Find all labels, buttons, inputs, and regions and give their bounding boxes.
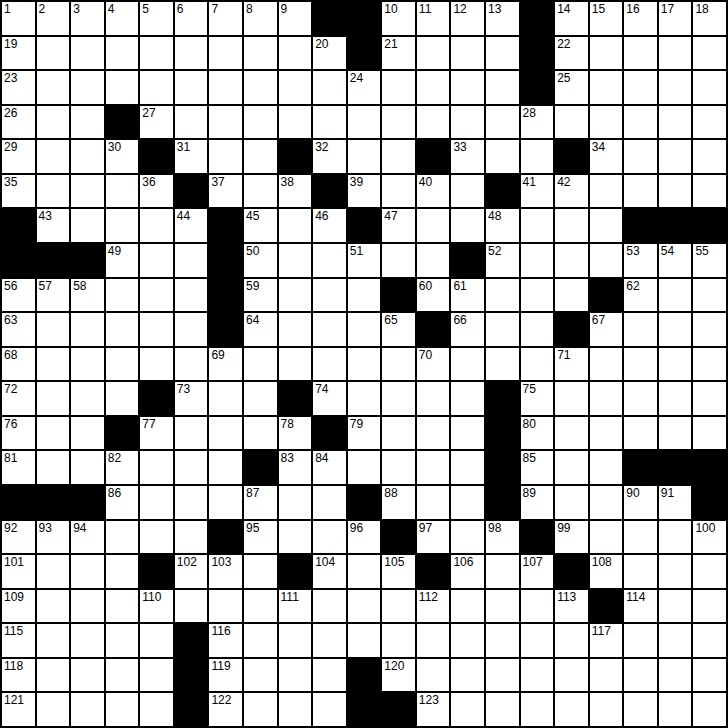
cell-r17c11[interactable] xyxy=(382,590,415,623)
cell-r12c19[interactable] xyxy=(659,417,692,450)
cell-r20c4[interactable] xyxy=(140,693,173,726)
cell-r10c3[interactable] xyxy=(106,348,139,381)
cell-r6c8[interactable] xyxy=(279,209,312,242)
cell-r17c3[interactable] xyxy=(106,590,139,623)
cell-r9c15[interactable] xyxy=(521,313,554,346)
cell-r9c20[interactable] xyxy=(693,313,726,346)
cell-r19c18[interactable] xyxy=(624,659,657,692)
cell-r8c16[interactable] xyxy=(555,279,588,312)
cell-r19c12[interactable] xyxy=(417,659,450,692)
cell-r0c5[interactable]: 6 xyxy=(175,2,208,35)
cell-r14c15[interactable]: 89 xyxy=(521,486,554,519)
cell-r20c2[interactable] xyxy=(71,693,104,726)
cell-r13c10[interactable] xyxy=(348,451,381,484)
cell-r16c20[interactable] xyxy=(693,555,726,588)
cell-r13c6[interactable] xyxy=(209,451,242,484)
cell-r3c12[interactable] xyxy=(417,106,450,139)
cell-r10c5[interactable] xyxy=(175,348,208,381)
cell-r17c10[interactable] xyxy=(348,590,381,623)
cell-r1c14[interactable] xyxy=(486,37,519,70)
cell-r18c8[interactable] xyxy=(279,624,312,657)
cell-r8c12[interactable]: 60 xyxy=(417,279,450,312)
cell-r11c1[interactable] xyxy=(37,382,70,415)
cell-r16c10[interactable] xyxy=(348,555,381,588)
cell-r15c1[interactable]: 93 xyxy=(37,521,70,554)
cell-r3c10[interactable] xyxy=(348,106,381,139)
cell-r3c20[interactable] xyxy=(693,106,726,139)
cell-r13c0[interactable]: 81 xyxy=(2,451,35,484)
cell-r16c1[interactable] xyxy=(37,555,70,588)
cell-r12c15[interactable]: 80 xyxy=(521,417,554,450)
cell-r3c18[interactable] xyxy=(624,106,657,139)
cell-r16c14[interactable] xyxy=(486,555,519,588)
cell-r14c12[interactable] xyxy=(417,486,450,519)
cell-r5c19[interactable] xyxy=(659,175,692,208)
cell-r15c0[interactable]: 92 xyxy=(2,521,35,554)
cell-r7c10[interactable]: 51 xyxy=(348,244,381,277)
cell-r7c7[interactable]: 50 xyxy=(244,244,277,277)
cell-r3c2[interactable] xyxy=(71,106,104,139)
cell-r20c7[interactable] xyxy=(244,693,277,726)
cell-r15c4[interactable] xyxy=(140,521,173,554)
cell-r9c5[interactable] xyxy=(175,313,208,346)
cell-r1c5[interactable] xyxy=(175,37,208,70)
cell-r14c18[interactable]: 90 xyxy=(624,486,657,519)
cell-r13c2[interactable] xyxy=(71,451,104,484)
cell-r14c17[interactable] xyxy=(590,486,623,519)
cell-r12c4[interactable]: 77 xyxy=(140,417,173,450)
cell-r12c18[interactable] xyxy=(624,417,657,450)
cell-r3c17[interactable] xyxy=(590,106,623,139)
cell-r15c5[interactable] xyxy=(175,521,208,554)
cell-r11c20[interactable] xyxy=(693,382,726,415)
cell-r10c6[interactable]: 69 xyxy=(209,348,242,381)
cell-r0c18[interactable]: 16 xyxy=(624,2,657,35)
cell-r19c3[interactable] xyxy=(106,659,139,692)
cell-r12c11[interactable] xyxy=(382,417,415,450)
cell-r8c20[interactable] xyxy=(693,279,726,312)
cell-r18c0[interactable]: 115 xyxy=(2,624,35,657)
cell-r20c13[interactable] xyxy=(451,693,484,726)
cell-r6c1[interactable]: 43 xyxy=(37,209,70,242)
cell-r15c14[interactable]: 98 xyxy=(486,521,519,554)
cell-r1c19[interactable] xyxy=(659,37,692,70)
cell-r8c5[interactable] xyxy=(175,279,208,312)
cell-r0c1[interactable]: 2 xyxy=(37,2,70,35)
cell-r3c13[interactable] xyxy=(451,106,484,139)
cell-r18c2[interactable] xyxy=(71,624,104,657)
cell-r8c14[interactable] xyxy=(486,279,519,312)
cell-r10c0[interactable]: 68 xyxy=(2,348,35,381)
cell-r9c0[interactable]: 63 xyxy=(2,313,35,346)
cell-r9c8[interactable] xyxy=(279,313,312,346)
cell-r20c8[interactable] xyxy=(279,693,312,726)
cell-r0c2[interactable]: 3 xyxy=(71,2,104,35)
cell-r6c17[interactable] xyxy=(590,209,623,242)
cell-r17c13[interactable] xyxy=(451,590,484,623)
cell-r8c2[interactable]: 58 xyxy=(71,279,104,312)
cell-r8c1[interactable]: 57 xyxy=(37,279,70,312)
cell-r15c13[interactable] xyxy=(451,521,484,554)
cell-r2c5[interactable] xyxy=(175,71,208,104)
cell-r18c18[interactable] xyxy=(624,624,657,657)
cell-r5c11[interactable] xyxy=(382,175,415,208)
cell-r16c9[interactable]: 104 xyxy=(313,555,346,588)
cell-r14c6[interactable] xyxy=(209,486,242,519)
cell-r15c17[interactable] xyxy=(590,521,623,554)
cell-r8c13[interactable]: 61 xyxy=(451,279,484,312)
cell-r16c13[interactable]: 106 xyxy=(451,555,484,588)
cell-r9c11[interactable]: 65 xyxy=(382,313,415,346)
cell-r20c15[interactable] xyxy=(521,693,554,726)
cell-r12c0[interactable]: 76 xyxy=(2,417,35,450)
cell-r13c9[interactable]: 84 xyxy=(313,451,346,484)
cell-r4c10[interactable] xyxy=(348,140,381,173)
cell-r14c5[interactable] xyxy=(175,486,208,519)
cell-r5c2[interactable] xyxy=(71,175,104,208)
cell-r4c14[interactable] xyxy=(486,140,519,173)
cell-r1c6[interactable] xyxy=(209,37,242,70)
cell-r11c6[interactable] xyxy=(209,382,242,415)
cell-r0c6[interactable]: 7 xyxy=(209,2,242,35)
cell-r5c16[interactable]: 42 xyxy=(555,175,588,208)
cell-r11c10[interactable] xyxy=(348,382,381,415)
cell-r18c6[interactable]: 116 xyxy=(209,624,242,657)
cell-r3c16[interactable] xyxy=(555,106,588,139)
cell-r15c2[interactable]: 94 xyxy=(71,521,104,554)
cell-r20c1[interactable] xyxy=(37,693,70,726)
cell-r7c14[interactable]: 52 xyxy=(486,244,519,277)
cell-r19c20[interactable] xyxy=(693,659,726,692)
cell-r17c15[interactable] xyxy=(521,590,554,623)
cell-r20c3[interactable] xyxy=(106,693,139,726)
cell-r4c1[interactable] xyxy=(37,140,70,173)
cell-r14c4[interactable] xyxy=(140,486,173,519)
cell-r17c8[interactable]: 111 xyxy=(279,590,312,623)
cell-r19c19[interactable] xyxy=(659,659,692,692)
cell-r19c7[interactable] xyxy=(244,659,277,692)
cell-r16c18[interactable] xyxy=(624,555,657,588)
cell-r13c17[interactable] xyxy=(590,451,623,484)
cell-r3c0[interactable]: 26 xyxy=(2,106,35,139)
cell-r4c3[interactable]: 30 xyxy=(106,140,139,173)
cell-r10c16[interactable]: 71 xyxy=(555,348,588,381)
cell-r16c6[interactable]: 103 xyxy=(209,555,242,588)
cell-r7c8[interactable] xyxy=(279,244,312,277)
cell-r9c17[interactable]: 67 xyxy=(590,313,623,346)
cell-r0c19[interactable]: 17 xyxy=(659,2,692,35)
cell-r17c12[interactable]: 112 xyxy=(417,590,450,623)
cell-r9c14[interactable] xyxy=(486,313,519,346)
cell-r18c17[interactable]: 117 xyxy=(590,624,623,657)
cell-r19c16[interactable] xyxy=(555,659,588,692)
cell-r16c19[interactable] xyxy=(659,555,692,588)
cell-r18c15[interactable] xyxy=(521,624,554,657)
cell-r10c10[interactable] xyxy=(348,348,381,381)
cell-r0c17[interactable]: 15 xyxy=(590,2,623,35)
cell-r15c9[interactable] xyxy=(313,521,346,554)
cell-r14c11[interactable]: 88 xyxy=(382,486,415,519)
cell-r9c1[interactable] xyxy=(37,313,70,346)
cell-r6c4[interactable] xyxy=(140,209,173,242)
cell-r10c19[interactable] xyxy=(659,348,692,381)
cell-r14c8[interactable] xyxy=(279,486,312,519)
cell-r2c14[interactable] xyxy=(486,71,519,104)
cell-r16c0[interactable]: 101 xyxy=(2,555,35,588)
cell-r1c16[interactable]: 22 xyxy=(555,37,588,70)
cell-r6c7[interactable]: 45 xyxy=(244,209,277,242)
cell-r4c20[interactable] xyxy=(693,140,726,173)
cell-r5c3[interactable] xyxy=(106,175,139,208)
cell-r17c7[interactable] xyxy=(244,590,277,623)
cell-r5c15[interactable]: 41 xyxy=(521,175,554,208)
cell-r11c15[interactable]: 75 xyxy=(521,382,554,415)
cell-r16c3[interactable] xyxy=(106,555,139,588)
cell-r15c12[interactable]: 97 xyxy=(417,521,450,554)
cell-r11c16[interactable] xyxy=(555,382,588,415)
cell-r11c11[interactable] xyxy=(382,382,415,415)
cell-r13c15[interactable]: 85 xyxy=(521,451,554,484)
cell-r2c9[interactable] xyxy=(313,71,346,104)
cell-r18c9[interactable] xyxy=(313,624,346,657)
cell-r8c7[interactable]: 59 xyxy=(244,279,277,312)
cell-r12c13[interactable] xyxy=(451,417,484,450)
cell-r10c1[interactable] xyxy=(37,348,70,381)
cell-r12c17[interactable] xyxy=(590,417,623,450)
cell-r2c1[interactable] xyxy=(37,71,70,104)
cell-r1c7[interactable] xyxy=(244,37,277,70)
cell-r2c7[interactable] xyxy=(244,71,277,104)
cell-r1c9[interactable]: 20 xyxy=(313,37,346,70)
cell-r3c14[interactable] xyxy=(486,106,519,139)
cell-r1c0[interactable]: 19 xyxy=(2,37,35,70)
cell-r11c3[interactable] xyxy=(106,382,139,415)
cell-r6c16[interactable] xyxy=(555,209,588,242)
cell-r16c2[interactable] xyxy=(71,555,104,588)
cell-r20c6[interactable]: 122 xyxy=(209,693,242,726)
cell-r20c19[interactable] xyxy=(659,693,692,726)
cell-r20c9[interactable] xyxy=(313,693,346,726)
cell-r8c0[interactable]: 56 xyxy=(2,279,35,312)
cell-r10c15[interactable] xyxy=(521,348,554,381)
cell-r10c7[interactable] xyxy=(244,348,277,381)
cell-r9c3[interactable] xyxy=(106,313,139,346)
cell-r15c3[interactable] xyxy=(106,521,139,554)
cell-r2c3[interactable] xyxy=(106,71,139,104)
cell-r11c9[interactable]: 74 xyxy=(313,382,346,415)
cell-r0c7[interactable]: 8 xyxy=(244,2,277,35)
cell-r10c11[interactable] xyxy=(382,348,415,381)
cell-r15c20[interactable]: 100 xyxy=(693,521,726,554)
cell-r11c17[interactable] xyxy=(590,382,623,415)
cell-r19c4[interactable] xyxy=(140,659,173,692)
cell-r14c7[interactable]: 87 xyxy=(244,486,277,519)
cell-r17c18[interactable]: 114 xyxy=(624,590,657,623)
cell-r2c19[interactable] xyxy=(659,71,692,104)
cell-r12c20[interactable] xyxy=(693,417,726,450)
cell-r6c11[interactable]: 47 xyxy=(382,209,415,242)
cell-r11c12[interactable] xyxy=(417,382,450,415)
cell-r12c1[interactable] xyxy=(37,417,70,450)
cell-r1c4[interactable] xyxy=(140,37,173,70)
cell-r3c5[interactable] xyxy=(175,106,208,139)
cell-r20c16[interactable] xyxy=(555,693,588,726)
cell-r17c9[interactable] xyxy=(313,590,346,623)
cell-r17c5[interactable] xyxy=(175,590,208,623)
cell-r2c2[interactable] xyxy=(71,71,104,104)
cell-r20c18[interactable] xyxy=(624,693,657,726)
cell-r0c12[interactable]: 11 xyxy=(417,2,450,35)
cell-r12c2[interactable] xyxy=(71,417,104,450)
cell-r11c18[interactable] xyxy=(624,382,657,415)
cell-r19c14[interactable] xyxy=(486,659,519,692)
cell-r13c5[interactable] xyxy=(175,451,208,484)
cell-r6c5[interactable]: 44 xyxy=(175,209,208,242)
cell-r19c13[interactable] xyxy=(451,659,484,692)
cell-r9c2[interactable] xyxy=(71,313,104,346)
cell-r12c10[interactable]: 79 xyxy=(348,417,381,450)
cell-r7c9[interactable] xyxy=(313,244,346,277)
cell-r16c7[interactable] xyxy=(244,555,277,588)
cell-r19c2[interactable] xyxy=(71,659,104,692)
cell-r9c18[interactable] xyxy=(624,313,657,346)
cell-r3c4[interactable]: 27 xyxy=(140,106,173,139)
cell-r20c0[interactable]: 121 xyxy=(2,693,35,726)
cell-r0c13[interactable]: 12 xyxy=(451,2,484,35)
cell-r4c13[interactable]: 33 xyxy=(451,140,484,173)
cell-r5c8[interactable]: 38 xyxy=(279,175,312,208)
cell-r4c17[interactable]: 34 xyxy=(590,140,623,173)
cell-r0c4[interactable]: 5 xyxy=(140,2,173,35)
cell-r17c1[interactable] xyxy=(37,590,70,623)
cell-r18c14[interactable] xyxy=(486,624,519,657)
cell-r11c5[interactable]: 73 xyxy=(175,382,208,415)
cell-r7c5[interactable] xyxy=(175,244,208,277)
cell-r5c0[interactable]: 35 xyxy=(2,175,35,208)
cell-r4c0[interactable]: 29 xyxy=(2,140,35,173)
cell-r13c11[interactable] xyxy=(382,451,415,484)
cell-r12c16[interactable] xyxy=(555,417,588,450)
cell-r7c17[interactable] xyxy=(590,244,623,277)
cell-r15c8[interactable] xyxy=(279,521,312,554)
cell-r0c14[interactable]: 13 xyxy=(486,2,519,35)
cell-r17c16[interactable]: 113 xyxy=(555,590,588,623)
cell-r13c3[interactable]: 82 xyxy=(106,451,139,484)
cell-r7c11[interactable] xyxy=(382,244,415,277)
cell-r10c13[interactable] xyxy=(451,348,484,381)
cell-r4c19[interactable] xyxy=(659,140,692,173)
cell-r18c3[interactable] xyxy=(106,624,139,657)
cell-r8c19[interactable] xyxy=(659,279,692,312)
cell-r14c19[interactable]: 91 xyxy=(659,486,692,519)
cell-r3c15[interactable]: 28 xyxy=(521,106,554,139)
cell-r18c4[interactable] xyxy=(140,624,173,657)
cell-r1c12[interactable] xyxy=(417,37,450,70)
cell-r10c2[interactable] xyxy=(71,348,104,381)
cell-r16c5[interactable]: 102 xyxy=(175,555,208,588)
cell-r17c0[interactable]: 109 xyxy=(2,590,35,623)
cell-r3c19[interactable] xyxy=(659,106,692,139)
cell-r0c16[interactable]: 14 xyxy=(555,2,588,35)
cell-r12c8[interactable]: 78 xyxy=(279,417,312,450)
cell-r8c8[interactable] xyxy=(279,279,312,312)
cell-r6c12[interactable] xyxy=(417,209,450,242)
cell-r14c13[interactable] xyxy=(451,486,484,519)
cell-r10c14[interactable] xyxy=(486,348,519,381)
cell-r7c4[interactable] xyxy=(140,244,173,277)
cell-r7c19[interactable]: 54 xyxy=(659,244,692,277)
cell-r7c12[interactable] xyxy=(417,244,450,277)
cell-r13c4[interactable] xyxy=(140,451,173,484)
cell-r19c6[interactable]: 119 xyxy=(209,659,242,692)
cell-r13c13[interactable] xyxy=(451,451,484,484)
cell-r6c9[interactable]: 46 xyxy=(313,209,346,242)
cell-r12c7[interactable] xyxy=(244,417,277,450)
cell-r19c1[interactable] xyxy=(37,659,70,692)
cell-r9c10[interactable] xyxy=(348,313,381,346)
cell-r18c13[interactable] xyxy=(451,624,484,657)
cell-r8c15[interactable] xyxy=(521,279,554,312)
cell-r9c4[interactable] xyxy=(140,313,173,346)
cell-r7c15[interactable] xyxy=(521,244,554,277)
cell-r12c6[interactable] xyxy=(209,417,242,450)
cell-r1c1[interactable] xyxy=(37,37,70,70)
cell-r0c3[interactable]: 4 xyxy=(106,2,139,35)
cell-r4c11[interactable] xyxy=(382,140,415,173)
cell-r12c5[interactable] xyxy=(175,417,208,450)
cell-r15c16[interactable]: 99 xyxy=(555,521,588,554)
cell-r0c8[interactable]: 9 xyxy=(279,2,312,35)
cell-r12c12[interactable] xyxy=(417,417,450,450)
cell-r2c8[interactable] xyxy=(279,71,312,104)
cell-r5c17[interactable] xyxy=(590,175,623,208)
cell-r9c19[interactable] xyxy=(659,313,692,346)
cell-r15c7[interactable]: 95 xyxy=(244,521,277,554)
cell-r15c10[interactable]: 96 xyxy=(348,521,381,554)
cell-r8c3[interactable] xyxy=(106,279,139,312)
cell-r4c7[interactable] xyxy=(244,140,277,173)
cell-r2c4[interactable] xyxy=(140,71,173,104)
cell-r17c2[interactable] xyxy=(71,590,104,623)
cell-r2c6[interactable] xyxy=(209,71,242,104)
cell-r18c20[interactable] xyxy=(693,624,726,657)
cell-r3c8[interactable] xyxy=(279,106,312,139)
cell-r2c11[interactable] xyxy=(382,71,415,104)
cell-r2c13[interactable] xyxy=(451,71,484,104)
cell-r2c17[interactable] xyxy=(590,71,623,104)
cell-r6c15[interactable] xyxy=(521,209,554,242)
cell-r17c20[interactable] xyxy=(693,590,726,623)
cell-r1c18[interactable] xyxy=(624,37,657,70)
cell-r4c18[interactable] xyxy=(624,140,657,173)
cell-r1c3[interactable] xyxy=(106,37,139,70)
cell-r11c7[interactable] xyxy=(244,382,277,415)
cell-r18c11[interactable] xyxy=(382,624,415,657)
cell-r1c11[interactable]: 21 xyxy=(382,37,415,70)
cell-r1c13[interactable] xyxy=(451,37,484,70)
cell-r11c13[interactable] xyxy=(451,382,484,415)
cell-r0c20[interactable]: 18 xyxy=(693,2,726,35)
cell-r5c1[interactable] xyxy=(37,175,70,208)
cell-r20c14[interactable] xyxy=(486,693,519,726)
cell-r10c18[interactable] xyxy=(624,348,657,381)
cell-r2c10[interactable]: 24 xyxy=(348,71,381,104)
cell-r5c20[interactable] xyxy=(693,175,726,208)
cell-r2c18[interactable] xyxy=(624,71,657,104)
cell-r20c12[interactable]: 123 xyxy=(417,693,450,726)
cell-r16c11[interactable]: 105 xyxy=(382,555,415,588)
cell-r9c7[interactable]: 64 xyxy=(244,313,277,346)
